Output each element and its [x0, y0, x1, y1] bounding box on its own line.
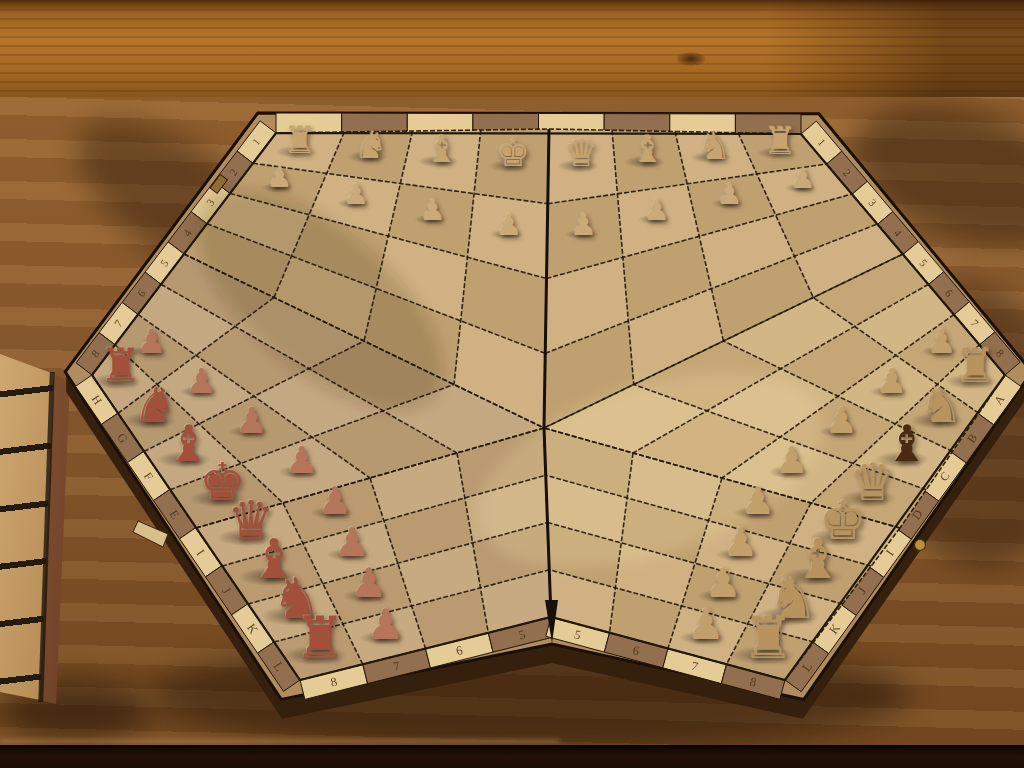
piece-left-pawn-L2[interactable]: ♟	[367, 604, 405, 646]
piece-left-rook-L1[interactable]: ♜	[294, 608, 346, 666]
piece-left-pawn-I2[interactable]: ♟	[318, 482, 352, 520]
piece-left-pawn-F2[interactable]: ♟	[235, 403, 267, 439]
piece-right-pawn-A2[interactable]: ♟	[927, 324, 957, 357]
piece-right-rook-L1[interactable]: ♜	[742, 608, 794, 666]
piece-right-pawn-J2[interactable]: ♟	[723, 523, 758, 563]
piece-top-queen-D1[interactable]: ♛	[565, 135, 599, 173]
piece-left-pawn-J2[interactable]: ♟	[334, 523, 369, 563]
piece-right-pawn-B2[interactable]: ♟	[876, 364, 907, 399]
piece-top-pawn-A2[interactable]: ♟	[790, 165, 815, 193]
piece-top-bishop-F1[interactable]: ♝	[425, 131, 459, 169]
piece-top-pawn-E2[interactable]: ♟	[496, 211, 523, 241]
piece-top-pawn-C2[interactable]: ♟	[644, 196, 670, 225]
pieces-layer: ♜♜♞♞♝♝♚♛♟♟♟♟♟♟♟♟♟♟♜♜♟♟♞♞♟♟♝♝♟♟♚♛♟♟♛♚♟♟♝♝…	[0, 0, 1024, 768]
piece-top-pawn-B2[interactable]: ♟	[717, 180, 743, 209]
piece-top-knight-G1[interactable]: ♞	[354, 126, 388, 163]
piece-right-pawn-L2[interactable]: ♟	[687, 604, 725, 646]
table-edge-highlight	[0, 739, 560, 743]
piece-top-pawn-H2[interactable]: ♟	[267, 165, 292, 193]
table-front-edge	[0, 745, 1024, 768]
piece-left-pawn-E2[interactable]: ♟	[285, 442, 318, 479]
piece-top-pawn-G2[interactable]: ♟	[343, 180, 369, 209]
piece-left-pawn-K2[interactable]: ♟	[350, 563, 387, 604]
piece-right-pawn-D2[interactable]: ♟	[775, 442, 808, 479]
piece-top-bishop-C1[interactable]: ♝	[631, 131, 665, 169]
piece-left-pawn-G2[interactable]: ♟	[186, 364, 217, 399]
piece-top-knight-B1[interactable]: ♞	[697, 127, 731, 164]
piece-top-king-E1[interactable]: ♚	[496, 135, 530, 173]
piece-top-pawn-D2[interactable]: ♟	[570, 211, 597, 241]
piece-right-pawn-K2[interactable]: ♟	[705, 563, 742, 604]
piece-top-rook-A1[interactable]: ♜	[764, 123, 797, 160]
piece-top-rook-H1[interactable]: ♜	[283, 122, 316, 159]
piece-right-pawn-C2[interactable]: ♟	[826, 403, 858, 439]
photo-scene: 12345678HGFEIJKL87655678ABCDIJKL12345678…	[0, 0, 1024, 768]
piece-right-pawn-I2[interactable]: ♟	[741, 482, 775, 520]
piece-top-pawn-F2[interactable]: ♟	[419, 195, 445, 224]
